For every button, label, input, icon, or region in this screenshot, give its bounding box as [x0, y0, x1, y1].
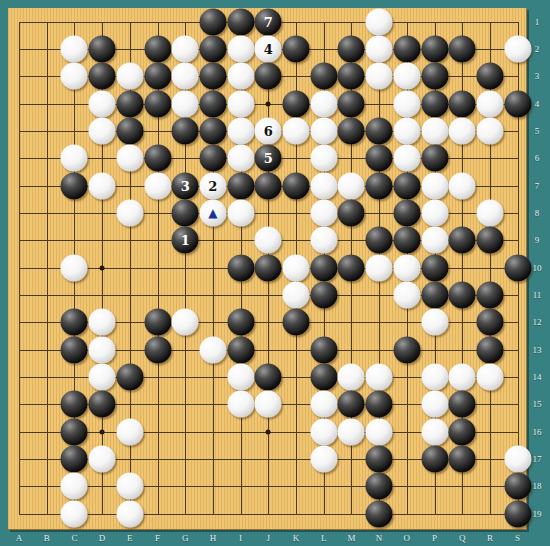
white-stone-R4[interactable]: [476, 90, 503, 117]
black-stone-M4[interactable]: [338, 90, 365, 117]
black-stone-H1[interactable]: [199, 8, 226, 35]
white-stone-I14[interactable]: [227, 364, 254, 391]
column-label-H: H: [210, 533, 217, 543]
white-stone-I6[interactable]: [227, 145, 254, 172]
star-point: [266, 429, 271, 434]
black-stone-D15[interactable]: [89, 391, 116, 418]
white-stone-M7[interactable]: [338, 172, 365, 199]
white-stone-C2[interactable]: [61, 35, 88, 62]
black-stone-S10[interactable]: [504, 254, 531, 281]
column-label-G: G: [182, 533, 189, 543]
black-stone-R12[interactable]: [476, 309, 503, 336]
move-number-1: 1: [181, 234, 190, 247]
black-stone-C13[interactable]: [61, 336, 88, 363]
white-stone-I15[interactable]: [227, 391, 254, 418]
white-stone-J2[interactable]: 4: [255, 35, 282, 62]
black-stone-N9[interactable]: [366, 227, 393, 254]
black-stone-E4[interactable]: [116, 90, 143, 117]
column-label-R: R: [487, 533, 493, 543]
row-label-17: 17: [533, 454, 542, 464]
white-stone-M16[interactable]: [338, 418, 365, 445]
black-stone-J7[interactable]: [255, 172, 282, 199]
white-stone-C18[interactable]: [61, 473, 88, 500]
black-stone-J3[interactable]: [255, 63, 282, 90]
white-stone-P5[interactable]: [421, 117, 448, 144]
row-label-9: 9: [535, 235, 540, 245]
white-stone-E18[interactable]: [116, 473, 143, 500]
white-stone-J15[interactable]: [255, 391, 282, 418]
white-stone-O4[interactable]: [393, 90, 420, 117]
white-stone-L5[interactable]: [310, 117, 337, 144]
row-label-14: 14: [533, 372, 542, 382]
black-stone-G8[interactable]: [172, 199, 199, 226]
white-stone-L4[interactable]: [310, 90, 337, 117]
white-stone-I2[interactable]: [227, 35, 254, 62]
black-stone-P2[interactable]: [421, 35, 448, 62]
white-stone-N10[interactable]: [366, 254, 393, 281]
black-stone-M15[interactable]: [338, 391, 365, 418]
black-stone-N17[interactable]: [366, 446, 393, 473]
column-label-Q: Q: [459, 533, 466, 543]
white-stone-E16[interactable]: [116, 418, 143, 445]
column-label-E: E: [127, 533, 133, 543]
white-stone-C10[interactable]: [61, 254, 88, 281]
row-label-7: 7: [535, 181, 540, 191]
black-stone-C17[interactable]: [61, 446, 88, 473]
row-label-18: 18: [533, 481, 542, 491]
white-stone-P7[interactable]: [421, 172, 448, 199]
black-stone-N18[interactable]: [366, 473, 393, 500]
row-label-13: 13: [533, 345, 542, 355]
white-stone-L6[interactable]: [310, 145, 337, 172]
white-stone-H8[interactable]: ▲: [199, 199, 226, 226]
black-stone-N6[interactable]: [366, 145, 393, 172]
white-stone-R8[interactable]: [476, 199, 503, 226]
white-stone-D12[interactable]: [89, 309, 116, 336]
white-stone-G2[interactable]: [172, 35, 199, 62]
black-stone-O7[interactable]: [393, 172, 420, 199]
row-label-19: 19: [533, 509, 542, 519]
black-stone-J1[interactable]: 7: [255, 8, 282, 35]
black-stone-G9[interactable]: 1: [172, 227, 199, 254]
black-stone-G7[interactable]: 3: [172, 172, 199, 199]
black-stone-S4[interactable]: [504, 90, 531, 117]
black-stone-L3[interactable]: [310, 63, 337, 90]
black-stone-K7[interactable]: [283, 172, 310, 199]
row-label-10: 10: [533, 263, 542, 273]
row-label-4: 4: [535, 99, 540, 109]
white-stone-R14[interactable]: [476, 364, 503, 391]
white-stone-I8[interactable]: [227, 199, 254, 226]
white-stone-O10[interactable]: [393, 254, 420, 281]
white-stone-L7[interactable]: [310, 172, 337, 199]
black-stone-P4[interactable]: [421, 90, 448, 117]
black-stone-H5[interactable]: [199, 117, 226, 144]
white-stone-L8[interactable]: [310, 199, 337, 226]
white-stone-P12[interactable]: [421, 309, 448, 336]
white-stone-E8[interactable]: [116, 199, 143, 226]
white-stone-S17[interactable]: [504, 446, 531, 473]
column-label-B: B: [44, 533, 50, 543]
column-label-C: C: [71, 533, 77, 543]
black-stone-L11[interactable]: [310, 282, 337, 309]
black-stone-M5[interactable]: [338, 117, 365, 144]
black-stone-Q15[interactable]: [449, 391, 476, 418]
column-label-K: K: [293, 533, 300, 543]
white-stone-K5[interactable]: [283, 117, 310, 144]
white-stone-N1[interactable]: [366, 8, 393, 35]
black-stone-F13[interactable]: [144, 336, 171, 363]
column-label-S: S: [515, 533, 520, 543]
black-stone-R3[interactable]: [476, 63, 503, 90]
white-stone-Q5[interactable]: [449, 117, 476, 144]
white-stone-D13[interactable]: [89, 336, 116, 363]
black-stone-C7[interactable]: [61, 172, 88, 199]
black-stone-I7[interactable]: [227, 172, 254, 199]
black-stone-C12[interactable]: [61, 309, 88, 336]
column-label-L: L: [321, 533, 327, 543]
triangle-marker: ▲: [208, 207, 217, 219]
move-number-4: 4: [264, 42, 273, 55]
star-point: [100, 429, 105, 434]
black-stone-O8[interactable]: [393, 199, 420, 226]
white-stone-C19[interactable]: [61, 500, 88, 527]
black-stone-J6[interactable]: 5: [255, 145, 282, 172]
move-number-7: 7: [264, 15, 273, 28]
black-stone-E14[interactable]: [116, 364, 143, 391]
go-board[interactable]: 746532▲1: [8, 8, 527, 530]
white-stone-P14[interactable]: [421, 364, 448, 391]
row-label-5: 5: [535, 126, 540, 136]
white-stone-I4[interactable]: [227, 90, 254, 117]
white-stone-C6[interactable]: [61, 145, 88, 172]
grid-line-horizontal: [19, 514, 519, 515]
star-point: [100, 265, 105, 270]
black-stone-Q4[interactable]: [449, 90, 476, 117]
white-stone-D4[interactable]: [89, 90, 116, 117]
black-stone-R9[interactable]: [476, 227, 503, 254]
black-stone-P3[interactable]: [421, 63, 448, 90]
white-stone-O5[interactable]: [393, 117, 420, 144]
white-stone-F7[interactable]: [144, 172, 171, 199]
white-stone-N3[interactable]: [366, 63, 393, 90]
black-stone-F12[interactable]: [144, 309, 171, 336]
row-label-3: 3: [535, 71, 540, 81]
black-stone-I1[interactable]: [227, 8, 254, 35]
black-stone-I12[interactable]: [227, 309, 254, 336]
white-stone-C3[interactable]: [61, 63, 88, 90]
black-stone-M8[interactable]: [338, 199, 365, 226]
black-stone-I10[interactable]: [227, 254, 254, 281]
white-stone-D7[interactable]: [89, 172, 116, 199]
white-stone-J9[interactable]: [255, 227, 282, 254]
white-stone-N14[interactable]: [366, 364, 393, 391]
white-stone-P15[interactable]: [421, 391, 448, 418]
go-game-screenshot: 746532▲1 ABCDEFGHIJKLMNOPQRS123456789101…: [0, 0, 550, 546]
black-stone-P10[interactable]: [421, 254, 448, 281]
black-stone-L14[interactable]: [310, 364, 337, 391]
white-stone-G4[interactable]: [172, 90, 199, 117]
black-stone-R11[interactable]: [476, 282, 503, 309]
white-stone-E6[interactable]: [116, 145, 143, 172]
white-stone-L16[interactable]: [310, 418, 337, 445]
white-stone-P16[interactable]: [421, 418, 448, 445]
white-stone-L17[interactable]: [310, 446, 337, 473]
black-stone-F4[interactable]: [144, 90, 171, 117]
white-stone-O11[interactable]: [393, 282, 420, 309]
row-label-16: 16: [533, 427, 542, 437]
black-stone-O2[interactable]: [393, 35, 420, 62]
black-stone-P17[interactable]: [421, 446, 448, 473]
white-stone-G12[interactable]: [172, 309, 199, 336]
black-stone-Q16[interactable]: [449, 418, 476, 445]
black-stone-L10[interactable]: [310, 254, 337, 281]
white-stone-E3[interactable]: [116, 63, 143, 90]
white-stone-E19[interactable]: [116, 500, 143, 527]
black-stone-M10[interactable]: [338, 254, 365, 281]
white-stone-O3[interactable]: [393, 63, 420, 90]
white-stone-M14[interactable]: [338, 364, 365, 391]
white-stone-P9[interactable]: [421, 227, 448, 254]
white-stone-Q14[interactable]: [449, 364, 476, 391]
black-stone-S19[interactable]: [504, 500, 531, 527]
row-label-15: 15: [533, 399, 542, 409]
black-stone-N5[interactable]: [366, 117, 393, 144]
white-stone-J5[interactable]: 6: [255, 117, 282, 144]
black-stone-H2[interactable]: [199, 35, 226, 62]
column-label-N: N: [376, 533, 383, 543]
white-stone-H7[interactable]: 2: [199, 172, 226, 199]
move-number-2: 2: [208, 179, 217, 192]
black-stone-D3[interactable]: [89, 63, 116, 90]
black-stone-O9[interactable]: [393, 227, 420, 254]
black-stone-M3[interactable]: [338, 63, 365, 90]
white-stone-G3[interactable]: [172, 63, 199, 90]
black-stone-F2[interactable]: [144, 35, 171, 62]
row-label-1: 1: [535, 17, 540, 27]
white-stone-N16[interactable]: [366, 418, 393, 445]
column-label-P: P: [432, 533, 437, 543]
black-stone-N19[interactable]: [366, 500, 393, 527]
row-label-2: 2: [535, 44, 540, 54]
white-stone-D17[interactable]: [89, 446, 116, 473]
white-stone-I3[interactable]: [227, 63, 254, 90]
black-stone-N15[interactable]: [366, 391, 393, 418]
black-stone-H6[interactable]: [199, 145, 226, 172]
black-stone-F3[interactable]: [144, 63, 171, 90]
row-label-6: 6: [535, 153, 540, 163]
row-label-11: 11: [533, 290, 542, 300]
black-stone-H3[interactable]: [199, 63, 226, 90]
black-stone-G5[interactable]: [172, 117, 199, 144]
move-number-6: 6: [264, 124, 273, 137]
column-label-A: A: [16, 533, 23, 543]
black-stone-C15[interactable]: [61, 391, 88, 418]
black-stone-M2[interactable]: [338, 35, 365, 62]
white-stone-I5[interactable]: [227, 117, 254, 144]
white-stone-D14[interactable]: [89, 364, 116, 391]
white-stone-L9[interactable]: [310, 227, 337, 254]
move-number-5: 5: [264, 152, 273, 165]
column-label-M: M: [347, 533, 355, 543]
white-stone-N2[interactable]: [366, 35, 393, 62]
white-stone-K10[interactable]: [283, 254, 310, 281]
white-stone-Q7[interactable]: [449, 172, 476, 199]
black-stone-I13[interactable]: [227, 336, 254, 363]
black-stone-K4[interactable]: [283, 90, 310, 117]
black-stone-S18[interactable]: [504, 473, 531, 500]
grid-line-horizontal: [19, 486, 519, 487]
black-stone-K2[interactable]: [283, 35, 310, 62]
black-stone-N7[interactable]: [366, 172, 393, 199]
white-stone-O6[interactable]: [393, 145, 420, 172]
black-stone-P11[interactable]: [421, 282, 448, 309]
black-stone-K12[interactable]: [283, 309, 310, 336]
black-stone-E5[interactable]: [116, 117, 143, 144]
black-stone-Q17[interactable]: [449, 446, 476, 473]
black-stone-J10[interactable]: [255, 254, 282, 281]
black-stone-J14[interactable]: [255, 364, 282, 391]
black-stone-D2[interactable]: [89, 35, 116, 62]
black-stone-Q11[interactable]: [449, 282, 476, 309]
white-stone-L15[interactable]: [310, 391, 337, 418]
black-stone-R13[interactable]: [476, 336, 503, 363]
white-stone-P8[interactable]: [421, 199, 448, 226]
black-stone-Q2[interactable]: [449, 35, 476, 62]
column-label-O: O: [404, 533, 411, 543]
row-label-12: 12: [533, 317, 542, 327]
column-label-J: J: [267, 533, 271, 543]
black-stone-L13[interactable]: [310, 336, 337, 363]
row-label-8: 8: [535, 208, 540, 218]
white-stone-H13[interactable]: [199, 336, 226, 363]
column-label-I: I: [239, 533, 242, 543]
white-stone-S2[interactable]: [504, 35, 531, 62]
white-stone-R5[interactable]: [476, 117, 503, 144]
white-stone-K11[interactable]: [283, 282, 310, 309]
move-number-3: 3: [181, 179, 190, 192]
black-stone-C16[interactable]: [61, 418, 88, 445]
black-stone-P6[interactable]: [421, 145, 448, 172]
star-point: [266, 101, 271, 106]
black-stone-F6[interactable]: [144, 145, 171, 172]
black-stone-Q9[interactable]: [449, 227, 476, 254]
black-stone-H4[interactable]: [199, 90, 226, 117]
white-stone-D5[interactable]: [89, 117, 116, 144]
column-label-F: F: [155, 533, 160, 543]
column-label-D: D: [99, 533, 106, 543]
black-stone-O13[interactable]: [393, 336, 420, 363]
